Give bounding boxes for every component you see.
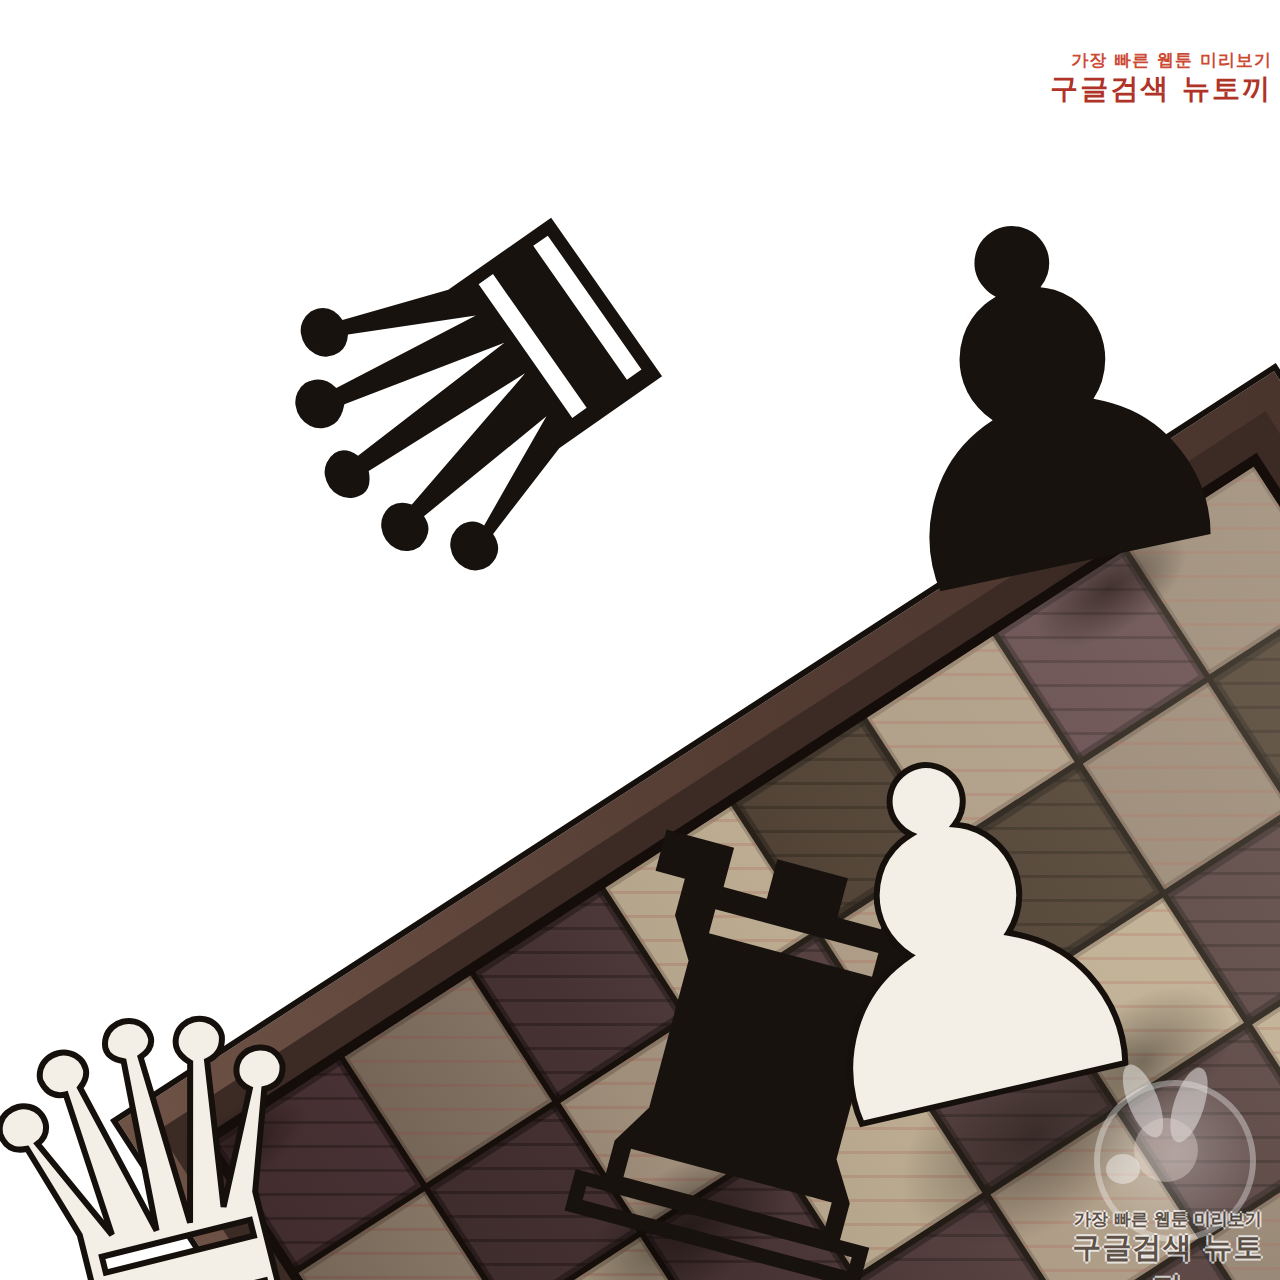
white-queen: ♛: [162, 1195, 548, 1280]
bunny-girl-face: [1134, 1118, 1198, 1182]
watermark-top-line1: 가장 빠른 웹툰 미리보기: [1050, 50, 1272, 71]
small-rabbit-icon: [1106, 1154, 1140, 1184]
black-queen-glyph: ♛: [168, 85, 781, 687]
watermark-top-line2: 구글검색 뉴토끼: [1050, 71, 1272, 106]
watermark-bottom-right: 가장 빠른 웹툰 미리보기 구글검색 뉴토끼: [1062, 1080, 1274, 1280]
comic-panel: ♛ ♟ ♜ ♟ ♛ 가장 빠른 웹툰 미리보기 구글검색 뉴토끼 가장 빠른 웹…: [0, 0, 1280, 1280]
watermark-top-right: 가장 빠른 웹툰 미리보기 구글검색 뉴토끼: [1050, 50, 1272, 106]
watermark-bottom-line2: 구글검색 뉴토끼: [1062, 1228, 1274, 1280]
